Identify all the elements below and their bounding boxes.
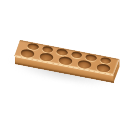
pit-front-4[interactable] bbox=[77, 60, 92, 70]
pit-front-2[interactable] bbox=[39, 52, 54, 62]
pit-front-5[interactable] bbox=[96, 63, 111, 73]
pit-front-1[interactable] bbox=[20, 49, 35, 59]
mancala-board-photo bbox=[0, 0, 128, 128]
pit-front-3[interactable] bbox=[58, 56, 73, 66]
